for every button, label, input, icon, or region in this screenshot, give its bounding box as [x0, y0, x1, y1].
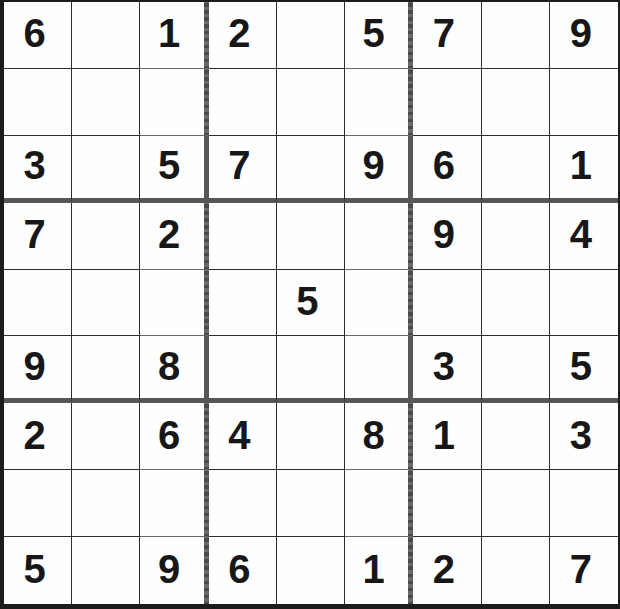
cell-r7c7[interactable]: 1 — [413, 403, 481, 470]
cell-r1c8[interactable] — [482, 2, 550, 69]
cell-r3c1[interactable]: 3 — [4, 136, 72, 203]
cell-r4c3[interactable]: 2 — [140, 203, 208, 270]
cell-r9c1[interactable]: 5 — [4, 537, 72, 604]
cell-r4c9[interactable]: 4 — [550, 203, 618, 270]
cell-r9c6[interactable]: 1 — [345, 537, 413, 604]
cell-r3c5[interactable] — [277, 136, 345, 203]
cell-r1c7[interactable]: 7 — [413, 2, 481, 69]
cell-r2c5[interactable] — [277, 69, 345, 136]
cell-r5c3[interactable] — [140, 270, 208, 337]
cell-r4c1[interactable]: 7 — [4, 203, 72, 270]
cell-r9c9[interactable]: 7 — [550, 537, 618, 604]
cell-r7c3[interactable]: 6 — [140, 403, 208, 470]
cell-r3c3[interactable]: 5 — [140, 136, 208, 203]
cell-r8c3[interactable] — [140, 470, 208, 537]
cell-r4c2[interactable] — [72, 203, 140, 270]
cell-r9c7[interactable]: 2 — [413, 537, 481, 604]
cell-r6c2[interactable] — [72, 336, 140, 403]
cell-r7c1[interactable]: 2 — [4, 403, 72, 470]
cell-r3c4[interactable]: 7 — [209, 136, 277, 203]
cell-r3c8[interactable] — [482, 136, 550, 203]
cell-r3c9[interactable]: 1 — [550, 136, 618, 203]
cell-r7c8[interactable] — [482, 403, 550, 470]
cell-r6c8[interactable] — [482, 336, 550, 403]
cell-r8c4[interactable] — [209, 470, 277, 537]
cell-r1c1[interactable]: 6 — [4, 2, 72, 69]
cell-r8c2[interactable] — [72, 470, 140, 537]
cell-r6c4[interactable] — [209, 336, 277, 403]
cell-r4c7[interactable]: 9 — [413, 203, 481, 270]
cell-r2c7[interactable] — [413, 69, 481, 136]
cell-r1c3[interactable]: 1 — [140, 2, 208, 69]
cell-r3c2[interactable] — [72, 136, 140, 203]
cell-r8c1[interactable] — [4, 470, 72, 537]
cell-r9c8[interactable] — [482, 537, 550, 604]
cell-r5c4[interactable] — [209, 270, 277, 337]
cell-r1c6[interactable]: 5 — [345, 2, 413, 69]
cell-r8c5[interactable] — [277, 470, 345, 537]
cell-r2c2[interactable] — [72, 69, 140, 136]
cell-r9c4[interactable]: 6 — [209, 537, 277, 604]
cell-r4c4[interactable] — [209, 203, 277, 270]
cell-r2c6[interactable] — [345, 69, 413, 136]
cell-r8c8[interactable] — [482, 470, 550, 537]
cell-r2c9[interactable] — [550, 69, 618, 136]
cell-r6c6[interactable] — [345, 336, 413, 403]
cell-r5c2[interactable] — [72, 270, 140, 337]
cell-r4c5[interactable] — [277, 203, 345, 270]
cell-r5c7[interactable] — [413, 270, 481, 337]
cell-r2c8[interactable] — [482, 69, 550, 136]
cell-r1c9[interactable]: 9 — [550, 2, 618, 69]
cell-r2c4[interactable] — [209, 69, 277, 136]
cell-r7c9[interactable]: 3 — [550, 403, 618, 470]
cell-r9c2[interactable] — [72, 537, 140, 604]
cell-r7c4[interactable]: 4 — [209, 403, 277, 470]
cell-r3c6[interactable]: 9 — [345, 136, 413, 203]
cell-r7c6[interactable]: 8 — [345, 403, 413, 470]
cell-r4c8[interactable] — [482, 203, 550, 270]
cell-r9c5[interactable] — [277, 537, 345, 604]
cell-r1c5[interactable] — [277, 2, 345, 69]
cell-r5c1[interactable] — [4, 270, 72, 337]
cell-r6c3[interactable]: 8 — [140, 336, 208, 403]
cell-r5c9[interactable] — [550, 270, 618, 337]
cell-r5c8[interactable] — [482, 270, 550, 337]
cell-r1c4[interactable]: 2 — [209, 2, 277, 69]
cell-r7c2[interactable] — [72, 403, 140, 470]
cell-r5c5[interactable]: 5 — [277, 270, 345, 337]
cell-r4c6[interactable] — [345, 203, 413, 270]
sudoku-board: 612579357961729459835264813596127 — [0, 0, 620, 609]
cell-r6c5[interactable] — [277, 336, 345, 403]
cell-r1c2[interactable] — [72, 2, 140, 69]
cell-r8c9[interactable] — [550, 470, 618, 537]
cell-r7c5[interactable] — [277, 403, 345, 470]
cell-r3c7[interactable]: 6 — [413, 136, 481, 203]
cell-r8c7[interactable] — [413, 470, 481, 537]
cell-r2c1[interactable] — [4, 69, 72, 136]
cell-r2c3[interactable] — [140, 69, 208, 136]
cell-r6c1[interactable]: 9 — [4, 336, 72, 403]
cell-r6c9[interactable]: 5 — [550, 336, 618, 403]
cell-r8c6[interactable] — [345, 470, 413, 537]
cell-r5c6[interactable] — [345, 270, 413, 337]
cell-r9c3[interactable]: 9 — [140, 537, 208, 604]
cell-r6c7[interactable]: 3 — [413, 336, 481, 403]
